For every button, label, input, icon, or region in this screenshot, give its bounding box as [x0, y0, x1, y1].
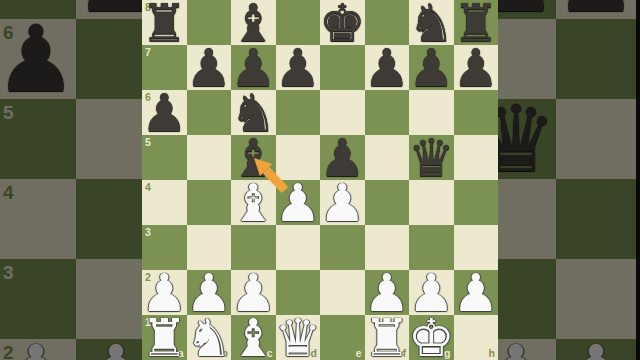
- square-c1[interactable]: c♝: [231, 315, 276, 360]
- rank-label-5: 5: [145, 137, 151, 148]
- square-f7[interactable]: ♟: [365, 45, 410, 90]
- square-f6[interactable]: [365, 90, 410, 135]
- white-rook-f1[interactable]: ♜: [365, 315, 410, 360]
- square-a6[interactable]: 6♟: [142, 90, 187, 135]
- white-king-g1[interactable]: ♚: [409, 315, 454, 360]
- square-a1[interactable]: 1a♜: [142, 315, 187, 360]
- square-a4[interactable]: 4: [142, 180, 187, 225]
- square-e8[interactable]: ♚: [320, 0, 365, 45]
- white-pawn-h2[interactable]: ♟: [454, 270, 499, 315]
- white-pawn-e4[interactable]: ♟: [320, 180, 365, 225]
- chess-board[interactable]: 8♜♝♚♞♜7♟♟♟♟♟♟6♟♞5♝♟♛4♝♟♟32♟♟♟♟♟♟1a♜b♞c♝d…: [142, 0, 498, 360]
- file-label-e: e: [356, 348, 362, 359]
- square-e1[interactable]: e: [320, 315, 365, 360]
- square-b5[interactable]: [187, 135, 232, 180]
- square-b7[interactable]: ♟: [187, 45, 232, 90]
- video-frame: { "game": "chess", "position": { "fen": …: [0, 0, 640, 360]
- square-h5[interactable]: [454, 135, 499, 180]
- square-e7[interactable]: [320, 45, 365, 90]
- square-d7[interactable]: ♟: [276, 45, 321, 90]
- square-g4[interactable]: [409, 180, 454, 225]
- black-pawn-a6[interactable]: ♟: [142, 90, 187, 135]
- rank-label-3: 3: [145, 227, 151, 238]
- square-d1[interactable]: d♛: [276, 315, 321, 360]
- square-a8[interactable]: 8♜: [142, 0, 187, 45]
- white-queen-d1[interactable]: ♛: [276, 315, 321, 360]
- black-rook-a8[interactable]: ♜: [142, 0, 187, 45]
- square-b4[interactable]: [187, 180, 232, 225]
- square-d6[interactable]: [276, 90, 321, 135]
- square-e2[interactable]: [320, 270, 365, 315]
- square-h2[interactable]: ♟: [454, 270, 499, 315]
- white-bishop-c1[interactable]: ♝: [231, 315, 276, 360]
- white-rook-a1[interactable]: ♜: [142, 315, 187, 360]
- black-pawn-d7[interactable]: ♟: [276, 45, 321, 90]
- square-c4[interactable]: ♝: [231, 180, 276, 225]
- black-pawn-g7[interactable]: ♟: [409, 45, 454, 90]
- square-d3[interactable]: [276, 225, 321, 270]
- square-e4[interactable]: ♟: [320, 180, 365, 225]
- white-knight-b1[interactable]: ♞: [187, 315, 232, 360]
- square-b6[interactable]: [187, 90, 232, 135]
- square-g5[interactable]: ♛: [409, 135, 454, 180]
- black-pawn-b7[interactable]: ♟: [187, 45, 232, 90]
- square-b1[interactable]: b♞: [187, 315, 232, 360]
- black-queen-g5[interactable]: ♛: [409, 135, 454, 180]
- white-bishop-c4[interactable]: ♝: [231, 180, 276, 225]
- white-pawn-d4[interactable]: ♟: [276, 180, 321, 225]
- black-king-e8[interactable]: ♚: [320, 0, 365, 45]
- black-pawn-f7[interactable]: ♟: [365, 45, 410, 90]
- square-f4[interactable]: [365, 180, 410, 225]
- square-a5[interactable]: 5: [142, 135, 187, 180]
- black-pawn-h7[interactable]: ♟: [454, 45, 499, 90]
- square-h6[interactable]: [454, 90, 499, 135]
- file-label-h: h: [489, 348, 495, 359]
- rank-label-4: 4: [145, 182, 151, 193]
- square-d4[interactable]: ♟: [276, 180, 321, 225]
- square-h4[interactable]: [454, 180, 499, 225]
- rank-label-7: 7: [145, 47, 151, 58]
- square-e3[interactable]: [320, 225, 365, 270]
- square-f5[interactable]: [365, 135, 410, 180]
- square-h1[interactable]: h: [454, 315, 499, 360]
- square-g7[interactable]: ♟: [409, 45, 454, 90]
- square-h7[interactable]: ♟: [454, 45, 499, 90]
- square-g1[interactable]: g♚: [409, 315, 454, 360]
- square-f1[interactable]: f♜: [365, 315, 410, 360]
